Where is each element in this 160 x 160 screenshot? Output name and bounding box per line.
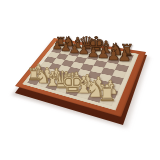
black-pawn-h7[interactable]: ♟ bbox=[118, 49, 132, 64]
white-rook-h1[interactable]: ♜ bbox=[97, 82, 117, 104]
chess-set-photo: ♜♞♝♛♚♝♞♜♟♟♟♟♟♟♟♟♟♟♟♟♟♟♟♟♜♞♝♛♚♝♞♜ bbox=[0, 0, 160, 160]
